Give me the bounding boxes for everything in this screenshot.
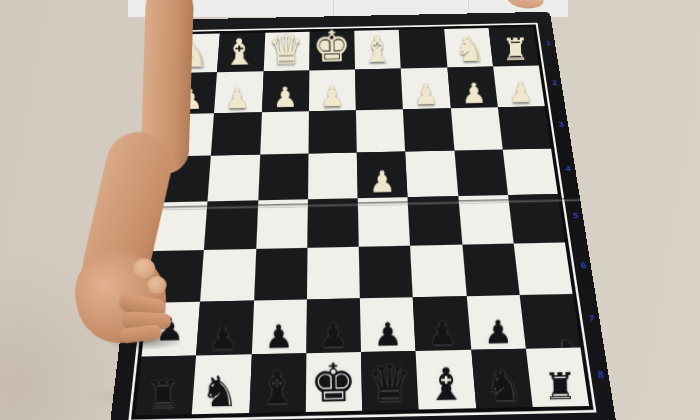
board-inner-border: ♞♝♛♚♝♞♜♟♟♟♟♟♟♟♟♟♟♟♟♟♟♟♟♜♞♝♚♛♝♞♜ <box>128 23 596 420</box>
square-a8: ♜ <box>526 348 589 407</box>
piece-white-p-f2: ♟ <box>272 82 297 110</box>
piece-black-p-b7: ♟ <box>483 316 513 349</box>
rank-label-5: 5 <box>572 212 579 221</box>
square-g1: ♝ <box>217 33 265 72</box>
square-d2 <box>355 68 403 110</box>
piece-white-p-e2: ♟ <box>319 81 344 109</box>
piece-white-n-b1: ♞ <box>454 31 485 66</box>
square-d6 <box>359 245 413 297</box>
piece-white-p-c2: ♟ <box>414 79 439 107</box>
piece-white-p-a2: ♟ <box>508 77 533 105</box>
square-b2: ♟ <box>447 66 498 108</box>
square-c8: ♝ <box>416 350 476 409</box>
square-d4: ♟ <box>357 152 408 198</box>
square-e8: ♚ <box>305 352 362 411</box>
square-a3 <box>498 106 552 150</box>
square-g4 <box>208 155 260 202</box>
square-f1: ♛ <box>263 32 309 71</box>
square-g6 <box>200 249 255 301</box>
piece-white-p-b2: ♟ <box>461 78 486 106</box>
piece-black-p-c7: ♟ <box>428 317 458 350</box>
square-e1: ♚ <box>309 31 355 70</box>
piece-white-r-a1: ♜ <box>502 35 530 66</box>
square-a1: ♜ <box>488 27 538 66</box>
piece-black-n-b8: ♞ <box>484 364 523 407</box>
rank-label-8: 8 <box>597 370 605 381</box>
square-h8: ♜ <box>135 356 196 416</box>
piece-black-n-g8: ♞ <box>201 370 240 413</box>
square-e3 <box>308 110 357 154</box>
piece-black-p-g7: ♟ <box>209 321 239 354</box>
piece-white-q-f1: ♛ <box>267 29 304 70</box>
square-c4 <box>405 151 457 197</box>
square-b7: ♟ <box>466 294 525 350</box>
square-d8: ♛ <box>361 351 419 410</box>
square-d7: ♟ <box>360 297 416 353</box>
square-a7: ♟ <box>519 293 580 349</box>
square-a6 <box>513 242 572 294</box>
square-c6 <box>410 244 466 296</box>
square-e6 <box>307 246 360 298</box>
rank-label-1: 1 <box>545 40 551 47</box>
piece-black-k-e8: ♚ <box>309 357 357 411</box>
piece-black-p-e7: ♟ <box>318 319 348 352</box>
rank-label-7: 7 <box>588 314 595 324</box>
rank-label-4: 4 <box>565 165 572 173</box>
square-b4 <box>454 150 508 196</box>
square-g3 <box>211 112 261 156</box>
piece-black-r-a8: ♜ <box>543 368 577 406</box>
square-b6 <box>462 243 519 295</box>
piece-black-q-d8: ♛ <box>367 358 413 409</box>
square-c3 <box>403 108 454 152</box>
square-b3 <box>450 107 502 151</box>
piece-black-r-h8: ♜ <box>146 376 180 414</box>
rank-label-3: 3 <box>558 121 564 129</box>
square-d1: ♝ <box>354 30 401 69</box>
square-c7: ♟ <box>413 296 471 352</box>
photo-tilt-wrapper: ♞♝♛♚♝♞♜♟♟♟♟♟♟♟♟♟♟♟♟♟♟♟♟♜♞♝♚♛♝♞♜ 12345678… <box>0 0 700 420</box>
square-e7: ♟ <box>306 298 361 354</box>
rank-label-2: 2 <box>552 79 558 86</box>
square-f6 <box>254 248 308 300</box>
piece-white-b-d1: ♝ <box>361 31 394 68</box>
piece-white-b-g1: ♝ <box>223 34 256 71</box>
piece-white-p-d4: ♟ <box>369 167 396 197</box>
square-e2: ♟ <box>309 69 356 111</box>
fingertip <box>507 0 545 10</box>
piece-black-b-c8: ♝ <box>426 362 467 408</box>
piece-white-k-e1: ♚ <box>312 26 351 69</box>
piece-black-b-f8: ♝ <box>256 366 297 412</box>
square-g8: ♞ <box>192 355 251 415</box>
piece-black-p-d7: ♟ <box>373 318 403 351</box>
square-f3 <box>260 111 309 155</box>
square-f7: ♟ <box>251 299 306 355</box>
square-c2: ♟ <box>401 67 450 109</box>
chess-scene: ♞♝♛♚♝♞♜♟♟♟♟♟♟♟♟♟♟♟♟♟♟♟♟♜♞♝♚♛♝♞♜ 12345678… <box>158 12 558 420</box>
square-e4 <box>308 153 358 200</box>
square-b8: ♞ <box>471 349 533 408</box>
square-d3 <box>356 109 405 153</box>
square-g7: ♟ <box>196 300 253 356</box>
square-c1 <box>399 29 447 68</box>
square-f2: ♟ <box>261 70 309 112</box>
rank-label-6: 6 <box>580 261 587 270</box>
square-a4 <box>503 149 558 195</box>
piece-black-p-f7: ♟ <box>264 320 294 353</box>
square-f8: ♝ <box>249 354 306 414</box>
piece-white-p-g2: ♟ <box>225 83 250 111</box>
square-a2: ♟ <box>493 65 545 106</box>
square-g2: ♟ <box>214 71 263 113</box>
square-f4 <box>258 154 308 201</box>
square-b1: ♞ <box>444 28 493 67</box>
chess-board: ♞♝♛♚♝♞♜♟♟♟♟♟♟♟♟♟♟♟♟♟♟♟♟♜♞♝♚♛♝♞♜ <box>135 27 589 415</box>
